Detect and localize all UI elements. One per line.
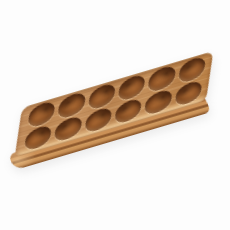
pit-top-6[interactable] bbox=[177, 55, 206, 84]
board-top-face bbox=[14, 51, 213, 158]
pit-bottom-2[interactable] bbox=[54, 114, 83, 143]
mancala-board bbox=[12, 54, 221, 168]
product-photo bbox=[0, 0, 230, 230]
pit-bottom-6[interactable] bbox=[174, 78, 203, 107]
pit-bottom-4[interactable] bbox=[114, 96, 143, 125]
pit-bottom-1[interactable] bbox=[23, 123, 52, 152]
pit-top-1[interactable] bbox=[27, 99, 56, 128]
pit-top-2[interactable] bbox=[57, 91, 86, 120]
pit-top-5[interactable] bbox=[147, 64, 176, 93]
pit-top-3[interactable] bbox=[87, 82, 116, 111]
pit-bottom-5[interactable] bbox=[144, 87, 173, 116]
pit-top-4[interactable] bbox=[117, 73, 146, 102]
pit-bottom-3[interactable] bbox=[84, 105, 113, 134]
